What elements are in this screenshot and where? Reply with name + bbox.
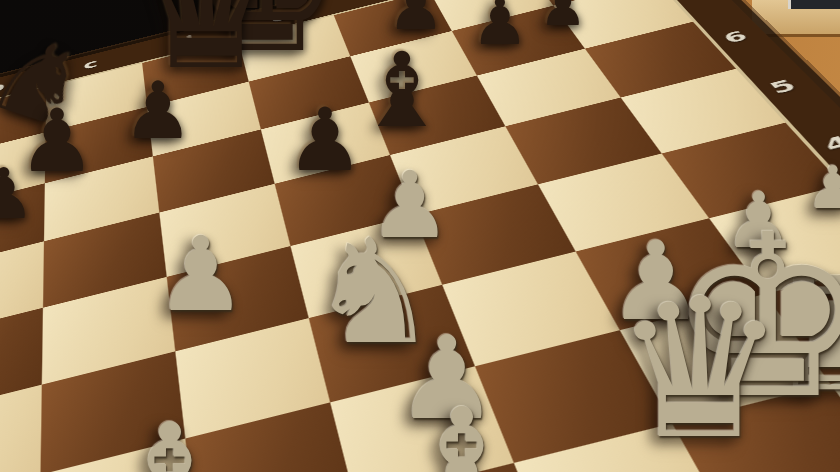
white-bishop-d1[interactable]: ♝ (387, 380, 537, 472)
black-pawn-d6[interactable]: ♟ (115, 66, 201, 152)
black-pawn-h7[interactable]: ♟ (534, 0, 592, 34)
white-queen-f1[interactable]: ♛ (595, 258, 805, 468)
black-pawn-e5[interactable]: ♟ (278, 90, 373, 185)
white-bishop-c1[interactable]: ♝ (95, 395, 245, 472)
piece-layer: ♟♟♟♚♛♞♝♟♟♟♟♟♟♟♟♟♞♜♚♟♛♝♝ (0, 0, 840, 472)
black-pawn-g7[interactable]: ♟ (465, 0, 535, 55)
black-pawn-c5[interactable]: ♟ (0, 154, 42, 230)
photo-stage: abcdefgh87654321 ♟♟♟♚♛♞♝♟♟♟♟♟♟♟♟♟♞♜♚♟♛♝♝ (0, 0, 840, 472)
white-pawn-d4[interactable]: ♟ (145, 215, 257, 327)
